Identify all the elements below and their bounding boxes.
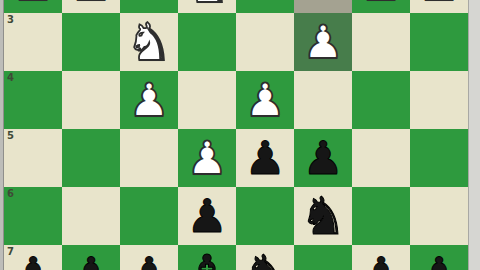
black-knight: ♞ <box>242 245 289 270</box>
black-pawn: ♟ <box>360 245 401 270</box>
square-a5[interactable] <box>410 129 468 187</box>
square-f6[interactable] <box>120 187 178 245</box>
square-b3[interactable] <box>352 13 410 71</box>
square-h7[interactable]: 7♟ <box>4 245 62 270</box>
square-d5[interactable]: ♟ <box>236 129 294 187</box>
rank-label-3: 3 <box>7 14 14 25</box>
square-e6[interactable]: ♟ <box>178 187 236 245</box>
white-knight: ♞ <box>184 0 231 13</box>
square-a3[interactable] <box>410 13 468 71</box>
square-g6[interactable] <box>62 187 120 245</box>
square-f3[interactable]: ♞ <box>120 13 178 71</box>
square-g2[interactable]: ♟ <box>62 0 120 13</box>
square-b5[interactable] <box>352 129 410 187</box>
square-d4[interactable]: ♟ <box>236 71 294 129</box>
black-knight: ♞ <box>300 187 347 245</box>
black-pawn: ♟ <box>244 129 285 187</box>
square-c6[interactable]: ♞ <box>294 187 352 245</box>
square-e2[interactable]: ♞ <box>178 0 236 13</box>
square-g7[interactable]: ♟ <box>62 245 120 270</box>
black-bishop: ♝ <box>184 245 231 270</box>
square-g4[interactable] <box>62 71 120 129</box>
black-pawn: ♟ <box>12 245 53 270</box>
square-h4[interactable]: 4 <box>4 71 62 129</box>
rank-label-4: 4 <box>7 72 14 83</box>
white-knight: ♞ <box>126 13 173 71</box>
square-b2[interactable]: ♟ <box>352 0 410 13</box>
square-e5[interactable]: ♟ <box>178 129 236 187</box>
square-b6[interactable] <box>352 187 410 245</box>
square-h3[interactable]: 3 <box>4 13 62 71</box>
square-b7[interactable]: ♟ <box>352 245 410 270</box>
square-e3[interactable] <box>178 13 236 71</box>
square-a7[interactable]: ♟ <box>410 245 468 270</box>
white-pawn: ♟ <box>186 129 227 187</box>
square-f5[interactable] <box>120 129 178 187</box>
white-pawn: ♟ <box>302 13 343 71</box>
square-h2[interactable]: 2♟ <box>4 0 62 13</box>
white-pawn: ♟ <box>70 0 111 13</box>
square-c3[interactable]: ♟ <box>294 13 352 71</box>
black-pawn: ♟ <box>186 187 227 245</box>
square-a2[interactable]: ♟ <box>410 0 468 13</box>
black-pawn: ♟ <box>302 129 343 187</box>
square-a4[interactable] <box>410 71 468 129</box>
black-pawn: ♟ <box>418 245 459 270</box>
square-e4[interactable] <box>178 71 236 129</box>
rank-label-6: 6 <box>7 188 14 199</box>
black-pawn: ♟ <box>70 245 111 270</box>
white-pawn: ♟ <box>244 71 285 129</box>
last-move-highlight <box>294 0 352 13</box>
square-a6[interactable] <box>410 187 468 245</box>
square-d3[interactable] <box>236 13 294 71</box>
chess-board: 2♟♟♞♟♟3♞♟4♟♟5♟♟♟6♟♞7♟♟♟♝♞♟♟ <box>4 0 468 270</box>
board-right-margin <box>468 0 480 270</box>
white-pawn: ♟ <box>128 71 169 129</box>
square-e7[interactable]: ♝ <box>178 245 236 270</box>
square-d6[interactable] <box>236 187 294 245</box>
square-h5[interactable]: 5 <box>4 129 62 187</box>
chess-app-viewport: 2♟♟♞♟♟3♞♟4♟♟5♟♟♟6♟♞7♟♟♟♝♞♟♟ <box>0 0 480 270</box>
white-pawn: ♟ <box>360 0 401 13</box>
square-g5[interactable] <box>62 129 120 187</box>
square-f7[interactable]: ♟ <box>120 245 178 270</box>
white-pawn: ♟ <box>12 0 53 13</box>
square-b4[interactable] <box>352 71 410 129</box>
square-g3[interactable] <box>62 13 120 71</box>
square-f4[interactable]: ♟ <box>120 71 178 129</box>
rank-label-5: 5 <box>7 130 14 141</box>
square-d2[interactable] <box>236 0 294 13</box>
black-pawn: ♟ <box>128 245 169 270</box>
rank-label-7: 7 <box>7 246 14 257</box>
square-c7[interactable] <box>294 245 352 270</box>
square-c2[interactable] <box>294 0 352 13</box>
square-c4[interactable] <box>294 71 352 129</box>
board-left-margin <box>0 0 4 270</box>
square-c5[interactable]: ♟ <box>294 129 352 187</box>
square-d7[interactable]: ♞ <box>236 245 294 270</box>
white-pawn: ♟ <box>418 0 459 13</box>
square-h6[interactable]: 6 <box>4 187 62 245</box>
